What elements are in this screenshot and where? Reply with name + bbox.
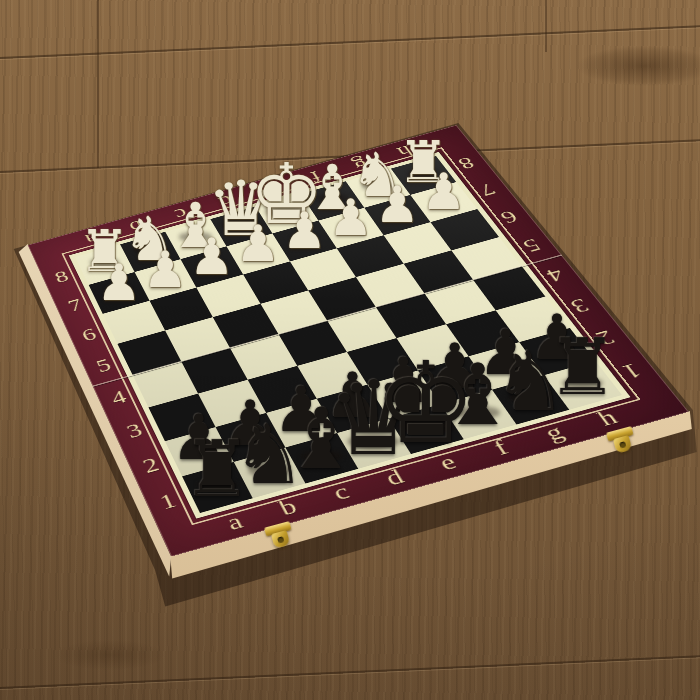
photo-scene: aabbccddeeffgghh8877665544332211 ♜♞♝♛♚♝♞… (0, 0, 700, 700)
clasp-hole (619, 441, 626, 448)
